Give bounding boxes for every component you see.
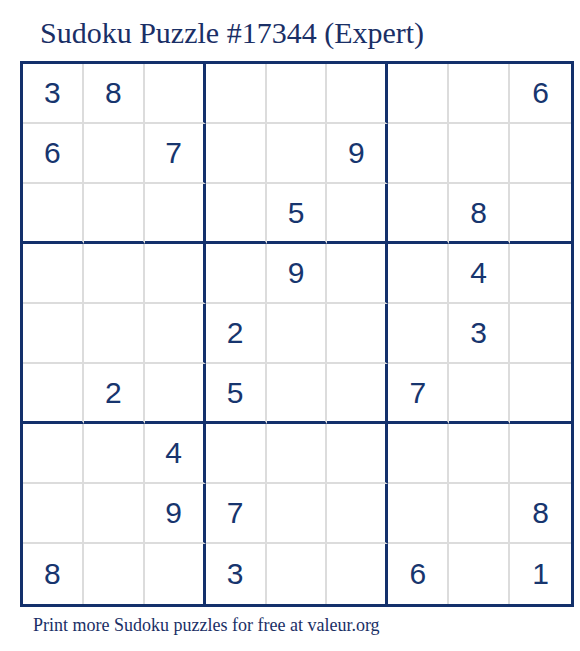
cell-r1c9: 6: [510, 64, 571, 124]
cell-r2c1: 6: [23, 124, 84, 184]
cell-r1c6: [327, 64, 388, 124]
cell-r6c3: [145, 364, 206, 424]
cell-r2c5: [267, 124, 328, 184]
cell-r7c7: [388, 424, 449, 484]
cell-r9c4: 3: [206, 544, 267, 604]
cell-r7c9: [510, 424, 571, 484]
cell-r5c4: 2: [206, 304, 267, 364]
cell-r3c5: 5: [267, 184, 328, 244]
cell-r7c3: 4: [145, 424, 206, 484]
cell-r5c8: 3: [449, 304, 510, 364]
cell-r1c3: [145, 64, 206, 124]
cell-r7c4: [206, 424, 267, 484]
cell-r2c3: 7: [145, 124, 206, 184]
cell-r2c9: [510, 124, 571, 184]
cell-r4c7: [388, 244, 449, 304]
cell-r7c1: [23, 424, 84, 484]
footer-text: Print more Sudoku puzzles for free at va…: [33, 615, 380, 636]
cell-r3c7: [388, 184, 449, 244]
cell-r8c5: [267, 484, 328, 544]
cell-r6c5: [267, 364, 328, 424]
cell-r4c8: 4: [449, 244, 510, 304]
cell-r1c1: 3: [23, 64, 84, 124]
cell-r2c8: [449, 124, 510, 184]
cell-r9c6: [327, 544, 388, 604]
cell-r3c4: [206, 184, 267, 244]
cell-r1c4: [206, 64, 267, 124]
cell-r2c7: [388, 124, 449, 184]
cell-r9c3: [145, 544, 206, 604]
sudoku-page: Sudoku Puzzle #17344 (Expert) 3866795894…: [0, 0, 580, 651]
cell-r8c7: [388, 484, 449, 544]
cell-r5c7: [388, 304, 449, 364]
cell-r8c1: [23, 484, 84, 544]
cell-r2c4: [206, 124, 267, 184]
cell-r4c9: [510, 244, 571, 304]
cell-r1c2: 8: [84, 64, 145, 124]
cell-r1c5: [267, 64, 328, 124]
cell-r6c8: [449, 364, 510, 424]
cell-r5c2: [84, 304, 145, 364]
cell-r8c4: 7: [206, 484, 267, 544]
cell-r1c8: [449, 64, 510, 124]
cell-r5c1: [23, 304, 84, 364]
cell-r8c6: [327, 484, 388, 544]
cell-r9c8: [449, 544, 510, 604]
cell-r7c8: [449, 424, 510, 484]
cell-r3c2: [84, 184, 145, 244]
cell-r5c5: [267, 304, 328, 364]
cell-r5c6: [327, 304, 388, 364]
cell-r4c1: [23, 244, 84, 304]
cell-r3c6: [327, 184, 388, 244]
cell-r4c6: [327, 244, 388, 304]
cell-r4c3: [145, 244, 206, 304]
cell-r3c9: [510, 184, 571, 244]
cell-r6c2: 2: [84, 364, 145, 424]
cell-r3c8: 8: [449, 184, 510, 244]
cell-r2c6: 9: [327, 124, 388, 184]
cell-r4c4: [206, 244, 267, 304]
cell-r4c2: [84, 244, 145, 304]
cell-r6c4: 5: [206, 364, 267, 424]
cell-r6c6: [327, 364, 388, 424]
cell-r9c7: 6: [388, 544, 449, 604]
cell-r8c2: [84, 484, 145, 544]
cell-r6c1: [23, 364, 84, 424]
cell-r1c7: [388, 64, 449, 124]
cell-r9c9: 1: [510, 544, 571, 604]
page-title: Sudoku Puzzle #17344 (Expert): [40, 16, 424, 50]
cell-r5c9: [510, 304, 571, 364]
cell-r3c3: [145, 184, 206, 244]
cell-r8c8: [449, 484, 510, 544]
cell-r2c2: [84, 124, 145, 184]
cell-r7c5: [267, 424, 328, 484]
cell-r8c9: 8: [510, 484, 571, 544]
cell-r8c3: 9: [145, 484, 206, 544]
cell-r9c2: [84, 544, 145, 604]
cell-r7c6: [327, 424, 388, 484]
cell-r7c2: [84, 424, 145, 484]
cell-r9c1: 8: [23, 544, 84, 604]
cell-r6c7: 7: [388, 364, 449, 424]
cell-r9c5: [267, 544, 328, 604]
cell-r4c5: 9: [267, 244, 328, 304]
cell-r6c9: [510, 364, 571, 424]
cell-r3c1: [23, 184, 84, 244]
cell-r5c3: [145, 304, 206, 364]
sudoku-board: 38667958942325749788361: [20, 61, 574, 607]
